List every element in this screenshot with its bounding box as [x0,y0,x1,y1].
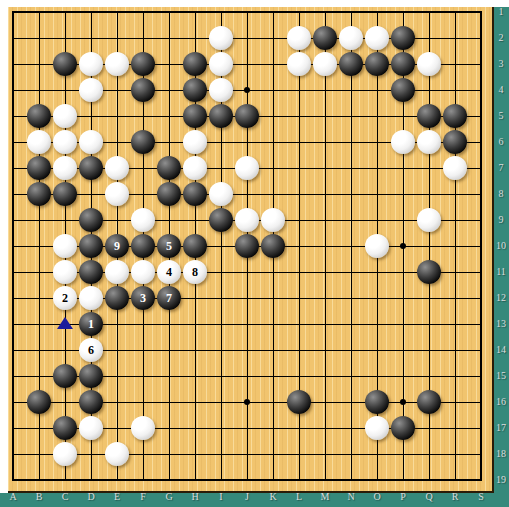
column-label: N [343,490,359,504]
stone-white [105,52,129,76]
stone-black [53,364,77,388]
stone-white [79,286,103,310]
stone-black [209,104,233,128]
row-label: 19 [494,473,508,487]
stone-white [105,156,129,180]
stone-black [27,104,51,128]
stone-black [183,182,207,206]
stone-black [157,234,181,258]
stone-white [79,52,103,76]
stone-black [157,156,181,180]
stone-white [365,234,389,258]
stone-white [365,26,389,50]
stone-black [287,390,311,414]
column-label: D [83,490,99,504]
grid-line-vertical [325,12,326,481]
stone-black [313,26,337,50]
stone-black [443,104,467,128]
row-label: 15 [494,369,508,383]
left-border [0,7,8,493]
stone-white [27,130,51,154]
stone-white [105,182,129,206]
stone-black [131,52,155,76]
stone-black [53,52,77,76]
column-label: Q [421,490,437,504]
stone-white [209,78,233,102]
stone-black [391,416,415,440]
stone-black [391,78,415,102]
row-label: 5 [494,109,508,123]
column-label: P [395,490,411,504]
stone-black [209,208,233,232]
stone-black [131,130,155,154]
star-point [400,399,406,405]
stone-white [131,260,155,284]
stone-black [105,286,129,310]
stone-white [183,260,207,284]
stone-white [235,156,259,180]
stone-white [417,208,441,232]
row-label: 12 [494,291,508,305]
column-label: S [473,490,489,504]
column-label: H [187,490,203,504]
column-label: C [57,490,73,504]
stone-black [157,182,181,206]
stone-black [183,78,207,102]
stone-black [131,78,155,102]
star-point [400,243,406,249]
stone-white [53,156,77,180]
column-label: I [213,490,229,504]
stone-black [235,234,259,258]
stone-black [157,286,181,310]
stone-black [79,364,103,388]
stone-white [183,130,207,154]
stone-white [79,130,103,154]
stone-white [105,260,129,284]
star-point [244,399,250,405]
column-label: E [109,490,125,504]
stone-white [53,260,77,284]
stone-white [53,130,77,154]
stone-black [417,260,441,284]
stone-white [131,208,155,232]
stone-black [79,156,103,180]
stone-black [79,208,103,232]
row-label: 13 [494,317,508,331]
stone-white [287,26,311,50]
column-label: K [265,490,281,504]
grid-line-vertical [455,12,456,481]
stone-white [53,104,77,128]
row-label: 9 [494,213,508,227]
stone-black [365,52,389,76]
column-label: J [239,490,255,504]
go-board[interactable]: 123456789 [8,7,494,493]
stone-black [261,234,285,258]
stone-black [53,416,77,440]
stone-black [27,156,51,180]
column-label: R [447,490,463,504]
grid-line-horizontal [13,454,482,455]
stone-white [183,156,207,180]
stone-white [209,52,233,76]
column-label: L [291,490,307,504]
column-label: A [5,490,21,504]
row-label: 8 [494,187,508,201]
stone-white [53,234,77,258]
stone-white [79,78,103,102]
stone-black [417,104,441,128]
stone-white [235,208,259,232]
stone-white [365,416,389,440]
stone-black [27,390,51,414]
grid-line-vertical [351,12,352,481]
row-label: 3 [494,57,508,71]
stone-black [79,390,103,414]
stone-black [183,234,207,258]
stone-black [27,182,51,206]
stone-white [157,260,181,284]
stone-black [79,260,103,284]
stone-white [53,442,77,466]
stone-white [209,26,233,50]
column-label: B [31,490,47,504]
stone-black [131,234,155,258]
triangle-marker [57,317,73,329]
stone-white [391,130,415,154]
column-label: O [369,490,385,504]
stone-white [417,52,441,76]
stone-white [53,286,77,310]
row-label: 7 [494,161,508,175]
stone-black [235,104,259,128]
stone-black [391,26,415,50]
row-label: 4 [494,83,508,97]
stone-black [391,52,415,76]
top-border [0,0,509,7]
row-label: 17 [494,421,508,435]
stone-white [339,26,363,50]
row-label: 1 [494,5,508,19]
stone-white [261,208,285,232]
row-label: 10 [494,239,508,253]
stone-black [105,234,129,258]
go-app-window: 123456789 ABCDEFGHIJKLMNOPQRS12345678910… [0,0,509,507]
stone-white [79,416,103,440]
stone-black [131,286,155,310]
stone-white [209,182,233,206]
stone-black [53,182,77,206]
stone-black [183,104,207,128]
stone-black [79,234,103,258]
column-label: M [317,490,333,504]
stone-black [183,52,207,76]
row-label: 18 [494,447,508,461]
row-label: 14 [494,343,508,357]
row-label: 11 [494,265,508,279]
stone-white [313,52,337,76]
stone-black [365,390,389,414]
stone-white [417,130,441,154]
row-label: 16 [494,395,508,409]
stone-white [443,156,467,180]
stone-white [105,442,129,466]
stone-black [79,312,103,336]
stone-black [443,130,467,154]
row-label: 6 [494,135,508,149]
star-point [244,87,250,93]
column-label: F [135,490,151,504]
column-label: G [161,490,177,504]
stone-black [417,390,441,414]
stone-white [131,416,155,440]
stone-white [79,338,103,362]
row-label: 2 [494,31,508,45]
stone-white [287,52,311,76]
stone-black [339,52,363,76]
